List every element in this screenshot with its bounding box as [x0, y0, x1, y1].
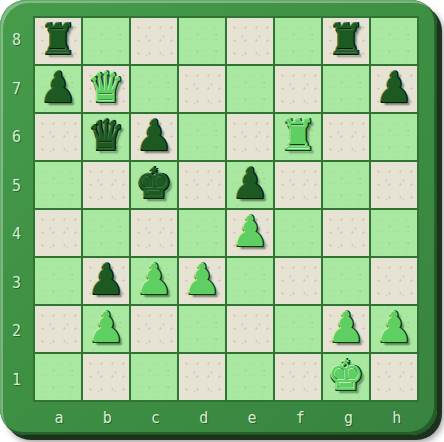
square-a8[interactable]: ♜ — [35, 18, 81, 64]
square-g5[interactable] — [323, 162, 369, 208]
square-c4[interactable] — [131, 210, 177, 256]
square-e5[interactable]: ♟ — [227, 162, 273, 208]
rank-label-5: 5 — [0, 162, 33, 211]
square-c3[interactable]: ♟ — [131, 258, 177, 304]
square-b4[interactable] — [83, 210, 129, 256]
square-c1[interactable] — [131, 354, 177, 400]
piece-black-rook-a8[interactable]: ♜ — [39, 17, 77, 63]
square-h8[interactable] — [371, 18, 417, 64]
square-e2[interactable] — [227, 306, 273, 352]
file-label-a: a — [35, 404, 83, 434]
file-label-h: h — [373, 404, 421, 434]
piece-black-queen-b6[interactable]: ♛ — [87, 113, 125, 159]
square-e7[interactable] — [227, 66, 273, 112]
piece-white-pawn-h2[interactable]: ♟ — [375, 305, 413, 351]
file-labels: abcdefgh — [35, 404, 421, 434]
square-f3[interactable] — [275, 258, 321, 304]
file-label-f: f — [276, 404, 324, 434]
square-f7[interactable] — [275, 66, 321, 112]
square-f2[interactable] — [275, 306, 321, 352]
piece-white-queen-b7[interactable]: ♛ — [87, 65, 125, 111]
square-h3[interactable] — [371, 258, 417, 304]
square-c8[interactable] — [131, 18, 177, 64]
square-b3[interactable]: ♟ — [83, 258, 129, 304]
square-d4[interactable] — [179, 210, 225, 256]
square-e8[interactable] — [227, 18, 273, 64]
square-h7[interactable]: ♟ — [371, 66, 417, 112]
square-a5[interactable] — [35, 162, 81, 208]
square-c2[interactable] — [131, 306, 177, 352]
rank-label-3: 3 — [0, 259, 33, 308]
piece-black-pawn-c6[interactable]: ♟ — [135, 113, 173, 159]
square-a4[interactable] — [35, 210, 81, 256]
rank-label-6: 6 — [0, 113, 33, 162]
square-b1[interactable] — [83, 354, 129, 400]
piece-white-pawn-g2[interactable]: ♟ — [327, 305, 365, 351]
square-b6[interactable]: ♛ — [83, 114, 129, 160]
square-b7[interactable]: ♛ — [83, 66, 129, 112]
rank-label-2: 2 — [0, 307, 33, 356]
square-b5[interactable] — [83, 162, 129, 208]
square-e6[interactable] — [227, 114, 273, 160]
file-label-d: d — [180, 404, 228, 434]
square-g4[interactable] — [323, 210, 369, 256]
square-d3[interactable]: ♟ — [179, 258, 225, 304]
rank-label-7: 7 — [0, 65, 33, 114]
square-a1[interactable] — [35, 354, 81, 400]
square-f1[interactable] — [275, 354, 321, 400]
square-c6[interactable]: ♟ — [131, 114, 177, 160]
square-d1[interactable] — [179, 354, 225, 400]
square-h6[interactable] — [371, 114, 417, 160]
square-g6[interactable] — [323, 114, 369, 160]
file-label-g: g — [325, 404, 373, 434]
chess-board-panel: 87654321 ♜♜♟♛♟♛♟♜♚♟♟♟♟♟♟♟♟♚ abcdefgh — [0, 0, 437, 435]
square-a6[interactable] — [35, 114, 81, 160]
square-a3[interactable] — [35, 258, 81, 304]
rank-labels: 87654321 — [0, 16, 33, 404]
square-a7[interactable]: ♟ — [35, 66, 81, 112]
rank-label-1: 1 — [0, 356, 33, 405]
square-b2[interactable]: ♟ — [83, 306, 129, 352]
piece-white-pawn-e4[interactable]: ♟ — [231, 209, 269, 255]
square-h1[interactable] — [371, 354, 417, 400]
square-g3[interactable] — [323, 258, 369, 304]
file-label-b: b — [83, 404, 131, 434]
square-f4[interactable] — [275, 210, 321, 256]
piece-black-pawn-e5[interactable]: ♟ — [231, 161, 269, 207]
square-e3[interactable] — [227, 258, 273, 304]
square-a2[interactable] — [35, 306, 81, 352]
rank-label-8: 8 — [0, 16, 33, 65]
piece-black-king-c5[interactable]: ♚ — [135, 161, 173, 207]
piece-white-pawn-d3[interactable]: ♟ — [183, 257, 221, 303]
square-h5[interactable] — [371, 162, 417, 208]
square-g7[interactable] — [323, 66, 369, 112]
square-d6[interactable] — [179, 114, 225, 160]
piece-black-pawn-h7[interactable]: ♟ — [375, 65, 413, 111]
square-e4[interactable]: ♟ — [227, 210, 273, 256]
square-f8[interactable] — [275, 18, 321, 64]
square-d7[interactable] — [179, 66, 225, 112]
square-h2[interactable]: ♟ — [371, 306, 417, 352]
square-f6[interactable]: ♜ — [275, 114, 321, 160]
square-g1[interactable]: ♚ — [323, 354, 369, 400]
square-h4[interactable] — [371, 210, 417, 256]
square-g8[interactable]: ♜ — [323, 18, 369, 64]
piece-black-pawn-a7[interactable]: ♟ — [39, 65, 77, 111]
square-d5[interactable] — [179, 162, 225, 208]
piece-white-rook-f6[interactable]: ♜ — [279, 113, 317, 159]
piece-white-pawn-c3[interactable]: ♟ — [135, 257, 173, 303]
board-grid: ♜♜♟♛♟♛♟♜♚♟♟♟♟♟♟♟♟♚ — [33, 16, 419, 402]
file-label-c: c — [132, 404, 180, 434]
piece-black-rook-g8[interactable]: ♜ — [327, 17, 365, 63]
square-f5[interactable] — [275, 162, 321, 208]
square-c5[interactable]: ♚ — [131, 162, 177, 208]
piece-white-pawn-b2[interactable]: ♟ — [87, 305, 125, 351]
square-d8[interactable] — [179, 18, 225, 64]
square-c7[interactable] — [131, 66, 177, 112]
square-g2[interactable]: ♟ — [323, 306, 369, 352]
square-d2[interactable] — [179, 306, 225, 352]
piece-white-king-g1[interactable]: ♚ — [327, 353, 365, 399]
file-label-e: e — [228, 404, 276, 434]
piece-black-pawn-b3[interactable]: ♟ — [87, 257, 125, 303]
square-e1[interactable] — [227, 354, 273, 400]
rank-label-4: 4 — [0, 210, 33, 259]
square-b8[interactable] — [83, 18, 129, 64]
